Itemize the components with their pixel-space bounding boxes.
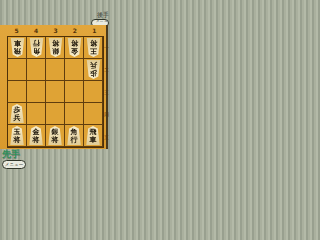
piece-kanji: 銀	[52, 48, 59, 56]
board-cell-4d[interactable]	[27, 103, 46, 125]
piece-kanji: 金	[71, 48, 78, 56]
board-cell-2a[interactable]: 金将	[65, 37, 84, 59]
rank-label-5: 五	[104, 126, 109, 148]
piece-kanji: 車	[90, 136, 97, 144]
piece-kanji: 王	[90, 48, 97, 56]
piece-kanji: 将	[52, 40, 59, 48]
gote-label: 後手	[91, 11, 109, 18]
shogi-piece-gote-s[interactable]: 銀将	[48, 38, 63, 57]
shogi-piece-sente-p[interactable]: 歩兵	[10, 104, 25, 123]
piece-kanji: 飛	[14, 48, 21, 56]
board-cell-3d[interactable]	[46, 103, 65, 125]
file-labels: 54321	[7, 27, 104, 35]
shogi-piece-sente-s[interactable]: 銀将	[48, 126, 63, 145]
piece-kanji: 行	[33, 40, 40, 48]
board-cell-3e[interactable]: 銀将	[46, 125, 65, 147]
board-cell-3b[interactable]	[46, 59, 65, 81]
piece-kanji: 車	[14, 40, 21, 48]
piece-kanji: 将	[14, 136, 21, 144]
rank-label-2: 二	[104, 58, 109, 80]
rank-labels: 一二三四五	[104, 36, 109, 148]
board-grid[interactable]: 飛車角行銀将金将王将歩兵歩兵玉将金将銀将角行飛車	[7, 36, 104, 148]
piece-kanji: 兵	[14, 114, 21, 122]
piece-kanji: 歩	[90, 70, 97, 78]
piece-kanji: 将	[33, 136, 40, 144]
board-cell-5a[interactable]: 飛車	[8, 37, 27, 59]
board-cell-5b[interactable]	[8, 59, 27, 81]
piece-kanji: 行	[71, 136, 78, 144]
shogi-piece-gote-p[interactable]: 歩兵	[86, 60, 101, 79]
rank-label-4: 四	[104, 103, 109, 125]
rank-label-3: 三	[104, 81, 109, 103]
file-label-5: 5	[7, 27, 26, 35]
board-cell-4b[interactable]	[27, 59, 46, 81]
piece-kanji: 兵	[90, 62, 97, 70]
board-cell-1b[interactable]: 歩兵	[84, 59, 103, 81]
board-cell-2d[interactable]	[65, 103, 84, 125]
board-cell-2c[interactable]	[65, 81, 84, 103]
piece-kanji: 将	[71, 40, 78, 48]
sente-menu-button[interactable]: メニュー	[2, 160, 26, 169]
piece-kanji: 将	[90, 40, 97, 48]
sente-label: 先手	[2, 149, 26, 159]
board-cell-4e[interactable]: 金将	[27, 125, 46, 147]
shogi-piece-sente-b[interactable]: 角行	[67, 126, 82, 145]
shogi-piece-gote-r[interactable]: 飛車	[10, 38, 25, 57]
shogi-piece-gote-b[interactable]: 角行	[29, 38, 44, 57]
sente-panel: 先手 メニュー	[2, 149, 26, 169]
file-label-3: 3	[46, 27, 65, 35]
board-cell-4a[interactable]: 角行	[27, 37, 46, 59]
board-cell-1a[interactable]: 王将	[84, 37, 103, 59]
board-cell-5d[interactable]: 歩兵	[8, 103, 27, 125]
shogi-piece-sente-r[interactable]: 飛車	[86, 126, 101, 145]
rank-label-1: 一	[104, 36, 109, 58]
board-cell-1e[interactable]: 飛車	[84, 125, 103, 147]
file-label-2: 2	[65, 27, 84, 35]
board-cell-2b[interactable]	[65, 59, 84, 81]
board-cell-3c[interactable]	[46, 81, 65, 103]
piece-kanji: 将	[52, 136, 59, 144]
board-cell-1d[interactable]	[84, 103, 103, 125]
board-cell-3a[interactable]: 銀将	[46, 37, 65, 59]
board-cell-2e[interactable]: 角行	[65, 125, 84, 147]
board-cell-4c[interactable]	[27, 81, 46, 103]
shogi-piece-sente-k[interactable]: 玉将	[10, 126, 25, 145]
file-label-1: 1	[85, 27, 104, 35]
piece-kanji: 角	[33, 48, 40, 56]
board-cell-5e[interactable]: 玉将	[8, 125, 27, 147]
shogi-piece-gote-g[interactable]: 金将	[67, 38, 82, 57]
shogi-piece-gote-k[interactable]: 王将	[86, 38, 101, 57]
board-cell-5c[interactable]	[8, 81, 27, 103]
shogi-piece-sente-g[interactable]: 金将	[29, 126, 44, 145]
file-label-4: 4	[26, 27, 45, 35]
board-cell-1c[interactable]	[84, 81, 103, 103]
